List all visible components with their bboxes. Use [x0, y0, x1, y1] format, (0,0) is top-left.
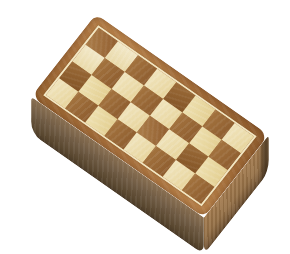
product-photo-scene [0, 0, 290, 254]
chessboard-half-grid [43, 25, 256, 206]
